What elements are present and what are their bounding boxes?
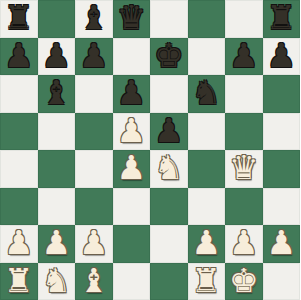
black-pawn[interactable]: ♟ — [4, 38, 34, 74]
black-rook[interactable]: ♜ — [266, 0, 296, 36]
square-f2[interactable]: ♟ — [188, 225, 226, 263]
square-a7[interactable]: ♟ — [0, 38, 38, 76]
square-c4[interactable] — [75, 150, 113, 188]
white-pawn[interactable]: ♟ — [116, 113, 146, 149]
square-d4[interactable]: ♟ — [113, 150, 151, 188]
square-g1[interactable]: ♚ — [225, 263, 263, 300]
square-h7[interactable]: ♟ — [263, 38, 301, 76]
square-h4[interactable] — [263, 150, 301, 188]
square-g7[interactable]: ♟ — [225, 38, 263, 76]
square-h3[interactable] — [263, 188, 301, 226]
square-e3[interactable] — [150, 188, 188, 226]
square-a8[interactable]: ♜ — [0, 0, 38, 38]
square-h2[interactable]: ♟ — [263, 225, 301, 263]
square-c2[interactable]: ♟ — [75, 225, 113, 263]
white-rook[interactable]: ♜ — [4, 263, 34, 299]
black-knight[interactable]: ♞ — [191, 75, 221, 111]
square-f8[interactable] — [188, 0, 226, 38]
chess-board: ♜♝♛♜♟♟♟♚♟♟♝♟♞♟♟♟♞♛♟♟♟♟♟♟♜♞♝♜♚ — [0, 0, 300, 300]
square-g4[interactable]: ♛ — [225, 150, 263, 188]
black-rook[interactable]: ♜ — [4, 0, 34, 36]
square-d8[interactable]: ♛ — [113, 0, 151, 38]
square-b6[interactable]: ♝ — [38, 75, 76, 113]
square-f7[interactable] — [188, 38, 226, 76]
square-h5[interactable] — [263, 113, 301, 151]
square-d7[interactable] — [113, 38, 151, 76]
square-d2[interactable] — [113, 225, 151, 263]
square-a5[interactable] — [0, 113, 38, 151]
black-bishop[interactable]: ♝ — [41, 75, 71, 111]
white-knight[interactable]: ♞ — [154, 150, 184, 186]
square-b1[interactable]: ♞ — [38, 263, 76, 300]
square-e1[interactable] — [150, 263, 188, 300]
square-a3[interactable] — [0, 188, 38, 226]
black-pawn[interactable]: ♟ — [116, 75, 146, 111]
square-b7[interactable]: ♟ — [38, 38, 76, 76]
square-b2[interactable]: ♟ — [38, 225, 76, 263]
square-a6[interactable] — [0, 75, 38, 113]
white-knight[interactable]: ♞ — [41, 263, 71, 299]
white-pawn[interactable]: ♟ — [41, 225, 71, 261]
black-queen[interactable]: ♛ — [116, 0, 146, 36]
white-pawn[interactable]: ♟ — [229, 225, 259, 261]
square-c8[interactable]: ♝ — [75, 0, 113, 38]
square-c5[interactable] — [75, 113, 113, 151]
black-king[interactable]: ♚ — [154, 38, 184, 74]
square-b5[interactable] — [38, 113, 76, 151]
square-c7[interactable]: ♟ — [75, 38, 113, 76]
square-c3[interactable] — [75, 188, 113, 226]
square-g3[interactable] — [225, 188, 263, 226]
square-h8[interactable]: ♜ — [263, 0, 301, 38]
square-g8[interactable] — [225, 0, 263, 38]
black-bishop[interactable]: ♝ — [79, 0, 109, 36]
square-e6[interactable] — [150, 75, 188, 113]
square-h1[interactable] — [263, 263, 301, 300]
square-e4[interactable]: ♞ — [150, 150, 188, 188]
white-pawn[interactable]: ♟ — [4, 225, 34, 261]
square-d3[interactable] — [113, 188, 151, 226]
white-bishop[interactable]: ♝ — [79, 263, 109, 299]
square-d6[interactable]: ♟ — [113, 75, 151, 113]
white-pawn[interactable]: ♟ — [266, 225, 296, 261]
square-g5[interactable] — [225, 113, 263, 151]
white-pawn[interactable]: ♟ — [79, 225, 109, 261]
square-a2[interactable]: ♟ — [0, 225, 38, 263]
square-a4[interactable] — [0, 150, 38, 188]
square-f5[interactable] — [188, 113, 226, 151]
white-pawn[interactable]: ♟ — [191, 225, 221, 261]
square-f4[interactable] — [188, 150, 226, 188]
white-queen[interactable]: ♛ — [229, 150, 259, 186]
black-pawn[interactable]: ♟ — [154, 113, 184, 149]
square-b8[interactable] — [38, 0, 76, 38]
black-pawn[interactable]: ♟ — [229, 38, 259, 74]
square-c1[interactable]: ♝ — [75, 263, 113, 300]
square-e8[interactable] — [150, 0, 188, 38]
square-b4[interactable] — [38, 150, 76, 188]
square-f1[interactable]: ♜ — [188, 263, 226, 300]
square-e7[interactable]: ♚ — [150, 38, 188, 76]
square-f6[interactable]: ♞ — [188, 75, 226, 113]
square-g6[interactable] — [225, 75, 263, 113]
square-f3[interactable] — [188, 188, 226, 226]
square-d1[interactable] — [113, 263, 151, 300]
white-king[interactable]: ♚ — [229, 263, 259, 299]
black-pawn[interactable]: ♟ — [79, 38, 109, 74]
square-b3[interactable] — [38, 188, 76, 226]
black-pawn[interactable]: ♟ — [41, 38, 71, 74]
black-pawn[interactable]: ♟ — [266, 38, 296, 74]
square-d5[interactable]: ♟ — [113, 113, 151, 151]
square-e5[interactable]: ♟ — [150, 113, 188, 151]
white-rook[interactable]: ♜ — [191, 263, 221, 299]
square-e2[interactable] — [150, 225, 188, 263]
white-pawn[interactable]: ♟ — [116, 150, 146, 186]
square-a1[interactable]: ♜ — [0, 263, 38, 300]
square-c6[interactable] — [75, 75, 113, 113]
square-g2[interactable]: ♟ — [225, 225, 263, 263]
square-h6[interactable] — [263, 75, 301, 113]
